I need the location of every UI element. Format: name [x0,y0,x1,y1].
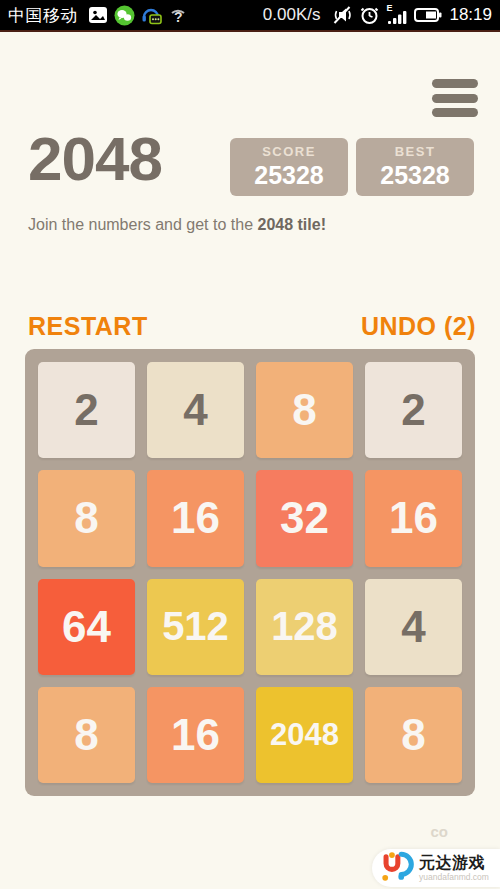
subtitle: Join the numbers and get to the 2048 til… [28,216,326,234]
tile-8: 8 [256,362,353,458]
best-label: BEST [395,144,436,159]
page-title: 2048 [28,128,162,190]
gallery-icon [88,6,108,24]
yuanda-logo-icon [380,850,414,886]
best-value: 25328 [380,161,450,190]
wechat-icon [114,5,135,26]
clock-time: 18:19 [449,5,492,25]
carrier-label: 中国移动 [8,4,78,27]
tile-128: 128 [256,579,353,675]
score-boxes: SCORE 25328 BEST 25328 [230,138,474,196]
subtitle-prefix: Join the numbers and get to the [28,216,257,233]
tile-4: 4 [365,579,462,675]
game-page: 2048 SCORE 25328 BEST 25328 Join the num… [0,32,500,887]
menu-bar-icon [432,79,478,88]
alarm-clock-icon [359,5,380,25]
undo-button[interactable]: UNDO (2) [361,312,476,341]
tile-64: 64 [38,579,135,675]
tile-8: 8 [38,470,135,566]
watermark-text: 元达游戏 yuandafanmd.com [419,855,489,882]
menu-button[interactable] [432,79,478,117]
menu-bar-icon [432,94,478,103]
tile-16: 16 [147,687,244,783]
watermark-name: 元达游戏 [419,855,489,871]
watermark-domain: yuandafanmd.com [419,873,489,882]
tile-32: 32 [256,470,353,566]
tile-2048: 2048 [256,687,353,783]
best-box: BEST 25328 [356,138,474,196]
network-type-label: E [386,3,392,13]
score-label: SCORE [262,144,316,159]
tile-512: 512 [147,579,244,675]
tile-2: 2 [38,362,135,458]
network-speed: 0.00K/s [263,5,321,25]
menu-bar-icon [432,108,478,117]
subtitle-goal: 2048 tile! [257,216,325,233]
restart-button[interactable]: RESTART [28,312,148,341]
headset-chat-icon [141,5,163,26]
score-box: SCORE 25328 [230,138,348,196]
score-value: 25328 [254,161,324,190]
tile-16: 16 [147,470,244,566]
signal-strength-icon: E [386,4,408,26]
tile-4: 4 [147,362,244,458]
controls-row: RESTART UNDO (2) [28,312,476,341]
network-question-icon: ? [169,5,187,25]
status-bar: 中国移动 ? 0.00K/s E 18:19 [0,0,500,32]
watermark-link[interactable]: 元达游戏 yuandafanmd.com [372,849,500,887]
tile-16: 16 [365,470,462,566]
mute-icon [331,5,353,25]
svg-text:?: ? [174,9,183,25]
ghost-mark: co [430,823,448,840]
board-grid[interactable]: 2482816321664512128481620488 [25,349,475,796]
tile-2: 2 [365,362,462,458]
tile-8: 8 [38,687,135,783]
tile-8: 8 [365,687,462,783]
battery-icon [414,7,442,23]
